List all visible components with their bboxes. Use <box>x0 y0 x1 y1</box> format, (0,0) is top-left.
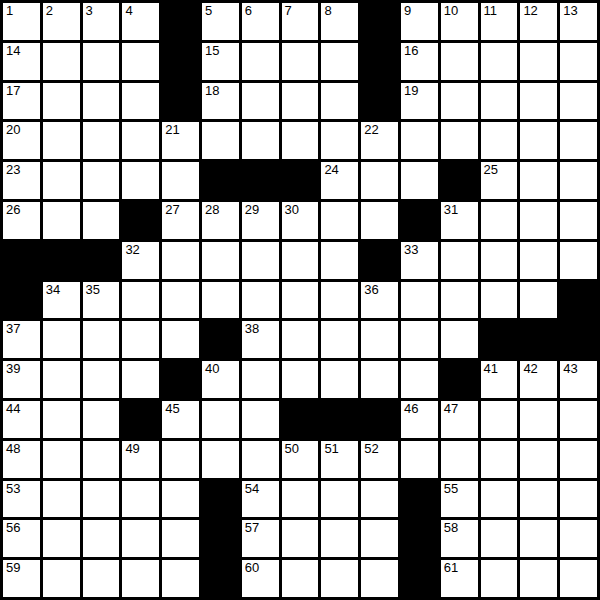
white-cell[interactable]: 2 <box>43 3 80 40</box>
black-cell <box>83 242 120 279</box>
white-cell[interactable] <box>321 321 358 358</box>
white-cell[interactable] <box>122 321 159 358</box>
white-cell[interactable] <box>441 242 478 279</box>
white-cell[interactable] <box>481 83 518 120</box>
white-cell[interactable] <box>43 481 80 518</box>
white-cell[interactable] <box>282 481 319 518</box>
white-cell[interactable] <box>560 162 597 199</box>
clue-number: 5 <box>205 3 212 19</box>
clue-number: 44 <box>6 401 20 417</box>
white-cell[interactable]: 43 <box>560 361 597 398</box>
white-cell[interactable] <box>361 321 398 358</box>
white-cell[interactable] <box>83 361 120 398</box>
white-cell[interactable] <box>520 202 557 239</box>
white-cell[interactable]: 17 <box>3 83 40 120</box>
black-cell <box>401 520 438 557</box>
clue-number: 8 <box>324 3 331 19</box>
white-cell[interactable] <box>242 401 279 438</box>
black-cell <box>43 242 80 279</box>
black-cell <box>162 361 199 398</box>
clue-number: 45 <box>165 401 179 417</box>
white-cell[interactable] <box>162 441 199 478</box>
clue-number: 54 <box>245 481 259 497</box>
white-cell[interactable] <box>520 83 557 120</box>
white-cell[interactable]: 19 <box>401 83 438 120</box>
white-cell[interactable]: 5 <box>202 3 239 40</box>
white-cell[interactable] <box>401 441 438 478</box>
white-cell[interactable] <box>481 560 518 597</box>
white-cell[interactable] <box>481 441 518 478</box>
white-cell[interactable]: 33 <box>401 242 438 279</box>
white-cell[interactable]: 49 <box>122 441 159 478</box>
white-cell[interactable] <box>162 481 199 518</box>
clue-number: 34 <box>46 282 60 298</box>
white-cell[interactable] <box>401 162 438 199</box>
black-cell <box>282 401 319 438</box>
white-cell[interactable]: 16 <box>401 43 438 80</box>
white-cell[interactable] <box>481 282 518 319</box>
white-cell[interactable]: 4 <box>122 3 159 40</box>
white-cell[interactable] <box>83 560 120 597</box>
white-cell[interactable] <box>481 122 518 159</box>
white-cell[interactable]: 8 <box>321 3 358 40</box>
white-cell[interactable] <box>162 520 199 557</box>
clue-number: 49 <box>125 441 139 457</box>
white-cell[interactable] <box>441 122 478 159</box>
white-cell[interactable] <box>43 361 80 398</box>
white-cell[interactable]: 39 <box>3 361 40 398</box>
white-cell[interactable] <box>321 202 358 239</box>
white-cell[interactable]: 37 <box>3 321 40 358</box>
white-cell[interactable] <box>43 321 80 358</box>
black-cell <box>361 83 398 120</box>
white-cell[interactable]: 28 <box>202 202 239 239</box>
white-cell[interactable]: 27 <box>162 202 199 239</box>
clue-number: 25 <box>484 162 498 178</box>
clue-number: 17 <box>6 83 20 99</box>
white-cell[interactable] <box>560 43 597 80</box>
white-cell[interactable] <box>441 321 478 358</box>
clue-number: 43 <box>563 361 577 377</box>
white-cell[interactable] <box>282 321 319 358</box>
black-cell <box>361 3 398 40</box>
black-cell <box>361 242 398 279</box>
white-cell[interactable] <box>43 520 80 557</box>
white-cell[interactable]: 18 <box>202 83 239 120</box>
white-cell[interactable] <box>321 481 358 518</box>
white-cell[interactable] <box>122 520 159 557</box>
black-cell <box>481 321 518 358</box>
white-cell[interactable] <box>520 560 557 597</box>
white-cell[interactable] <box>321 122 358 159</box>
clue-number: 22 <box>364 122 378 138</box>
white-cell[interactable] <box>282 282 319 319</box>
white-cell[interactable]: 58 <box>441 520 478 557</box>
clue-number: 19 <box>404 83 418 99</box>
white-cell[interactable]: 36 <box>361 282 398 319</box>
white-cell[interactable]: 22 <box>361 122 398 159</box>
clue-number: 7 <box>285 3 292 19</box>
white-cell[interactable] <box>520 43 557 80</box>
white-cell[interactable]: 59 <box>3 560 40 597</box>
white-cell[interactable] <box>282 520 319 557</box>
black-cell <box>282 162 319 199</box>
black-cell <box>560 321 597 358</box>
white-cell[interactable]: 9 <box>401 3 438 40</box>
white-cell[interactable] <box>242 361 279 398</box>
white-cell[interactable] <box>441 83 478 120</box>
white-cell[interactable] <box>122 43 159 80</box>
clue-number: 24 <box>324 162 338 178</box>
white-cell[interactable] <box>520 242 557 279</box>
black-cell <box>162 43 199 80</box>
black-cell <box>242 162 279 199</box>
white-cell[interactable] <box>282 242 319 279</box>
white-cell[interactable] <box>520 520 557 557</box>
black-cell <box>3 242 40 279</box>
white-cell[interactable]: 29 <box>242 202 279 239</box>
black-cell <box>3 282 40 319</box>
white-cell[interactable] <box>520 282 557 319</box>
white-cell[interactable] <box>560 83 597 120</box>
clue-number: 26 <box>6 202 20 218</box>
white-cell[interactable] <box>520 122 557 159</box>
clue-number: 30 <box>285 202 299 218</box>
white-cell[interactable] <box>83 321 120 358</box>
white-cell[interactable]: 44 <box>3 401 40 438</box>
white-cell[interactable] <box>560 122 597 159</box>
white-cell[interactable]: 60 <box>242 560 279 597</box>
clue-number: 14 <box>6 43 20 59</box>
white-cell[interactable] <box>83 122 120 159</box>
white-cell[interactable]: 3 <box>83 3 120 40</box>
white-cell[interactable]: 61 <box>441 560 478 597</box>
black-cell <box>202 520 239 557</box>
white-cell[interactable] <box>441 441 478 478</box>
white-cell[interactable] <box>481 202 518 239</box>
clue-number: 39 <box>6 361 20 377</box>
white-cell[interactable] <box>83 43 120 80</box>
white-cell[interactable] <box>520 401 557 438</box>
white-cell[interactable]: 34 <box>43 282 80 319</box>
clue-number: 16 <box>404 43 418 59</box>
white-cell[interactable] <box>122 481 159 518</box>
white-cell[interactable] <box>321 520 358 557</box>
white-cell[interactable] <box>202 122 239 159</box>
clue-number: 35 <box>86 282 100 298</box>
white-cell[interactable]: 11 <box>481 3 518 40</box>
clue-number: 55 <box>444 481 458 497</box>
white-cell[interactable]: 57 <box>242 520 279 557</box>
white-cell[interactable] <box>122 162 159 199</box>
clue-number: 38 <box>245 321 259 337</box>
white-cell[interactable]: 31 <box>441 202 478 239</box>
white-cell[interactable]: 50 <box>282 441 319 478</box>
clue-number: 2 <box>46 3 53 19</box>
white-cell[interactable] <box>43 162 80 199</box>
black-cell <box>202 162 239 199</box>
white-cell[interactable]: 53 <box>3 481 40 518</box>
white-cell[interactable] <box>560 401 597 438</box>
black-cell <box>122 202 159 239</box>
clue-number: 15 <box>205 43 219 59</box>
white-cell[interactable] <box>43 202 80 239</box>
black-cell <box>520 321 557 358</box>
white-cell[interactable] <box>321 560 358 597</box>
white-cell[interactable] <box>560 202 597 239</box>
black-cell <box>321 401 358 438</box>
clue-number: 20 <box>6 122 20 138</box>
clue-number: 59 <box>6 560 20 576</box>
white-cell[interactable] <box>43 401 80 438</box>
white-cell[interactable]: 23 <box>3 162 40 199</box>
white-cell[interactable] <box>361 202 398 239</box>
white-cell[interactable] <box>361 162 398 199</box>
white-cell[interactable] <box>481 481 518 518</box>
clue-number: 31 <box>444 202 458 218</box>
white-cell[interactable] <box>282 122 319 159</box>
white-cell[interactable] <box>242 43 279 80</box>
clue-number: 52 <box>364 441 378 457</box>
white-cell[interactable]: 12 <box>520 3 557 40</box>
white-cell[interactable] <box>282 83 319 120</box>
black-cell <box>441 361 478 398</box>
white-cell[interactable] <box>242 122 279 159</box>
clue-number: 1 <box>6 3 13 19</box>
white-cell[interactable] <box>481 43 518 80</box>
white-cell[interactable]: 7 <box>282 3 319 40</box>
clue-number: 27 <box>165 202 179 218</box>
white-cell[interactable]: 47 <box>441 401 478 438</box>
white-cell[interactable] <box>321 43 358 80</box>
white-cell[interactable]: 25 <box>481 162 518 199</box>
white-cell[interactable] <box>401 321 438 358</box>
white-cell[interactable] <box>481 520 518 557</box>
white-cell[interactable]: 1 <box>3 3 40 40</box>
white-cell[interactable]: 40 <box>202 361 239 398</box>
white-cell[interactable] <box>361 361 398 398</box>
clue-number: 56 <box>6 520 20 536</box>
white-cell[interactable] <box>83 162 120 199</box>
clue-number: 50 <box>285 441 299 457</box>
white-cell[interactable] <box>361 481 398 518</box>
white-cell[interactable] <box>520 441 557 478</box>
clue-number: 32 <box>125 242 139 258</box>
black-cell <box>401 560 438 597</box>
clue-number: 23 <box>6 162 20 178</box>
white-cell[interactable] <box>202 441 239 478</box>
white-cell[interactable]: 26 <box>3 202 40 239</box>
white-cell[interactable]: 45 <box>162 401 199 438</box>
white-cell[interactable] <box>162 162 199 199</box>
white-cell[interactable] <box>122 122 159 159</box>
white-cell[interactable] <box>321 282 358 319</box>
white-cell[interactable]: 51 <box>321 441 358 478</box>
black-cell <box>560 282 597 319</box>
white-cell[interactable] <box>43 560 80 597</box>
white-cell[interactable] <box>242 282 279 319</box>
white-cell[interactable]: 10 <box>441 3 478 40</box>
white-cell[interactable] <box>282 43 319 80</box>
clue-number: 58 <box>444 520 458 536</box>
black-cell <box>162 83 199 120</box>
clue-number: 13 <box>563 3 577 19</box>
clue-number: 51 <box>324 441 338 457</box>
white-cell[interactable] <box>162 560 199 597</box>
white-cell[interactable] <box>83 202 120 239</box>
white-cell[interactable] <box>282 560 319 597</box>
white-cell[interactable]: 35 <box>83 282 120 319</box>
clue-number: 46 <box>404 401 418 417</box>
white-cell[interactable]: 15 <box>202 43 239 80</box>
black-cell <box>441 162 478 199</box>
black-cell <box>202 321 239 358</box>
white-cell[interactable]: 41 <box>481 361 518 398</box>
white-cell[interactable] <box>162 242 199 279</box>
black-cell <box>361 401 398 438</box>
white-cell[interactable]: 55 <box>441 481 478 518</box>
white-cell[interactable] <box>560 560 597 597</box>
white-cell[interactable] <box>83 83 120 120</box>
white-cell[interactable] <box>321 242 358 279</box>
white-cell[interactable]: 42 <box>520 361 557 398</box>
white-cell[interactable] <box>122 83 159 120</box>
black-cell <box>401 202 438 239</box>
white-cell[interactable]: 14 <box>3 43 40 80</box>
clue-number: 48 <box>6 441 20 457</box>
black-cell <box>361 43 398 80</box>
white-cell[interactable] <box>242 441 279 478</box>
clue-number: 57 <box>245 520 259 536</box>
clue-number: 10 <box>444 3 458 19</box>
white-cell[interactable] <box>361 560 398 597</box>
white-cell[interactable]: 21 <box>162 122 199 159</box>
white-cell[interactable] <box>122 282 159 319</box>
white-cell[interactable] <box>162 282 199 319</box>
white-cell[interactable] <box>481 401 518 438</box>
white-cell[interactable] <box>202 242 239 279</box>
white-cell[interactable]: 56 <box>3 520 40 557</box>
white-cell[interactable]: 13 <box>560 3 597 40</box>
white-cell[interactable] <box>401 122 438 159</box>
clue-number: 47 <box>444 401 458 417</box>
clue-number: 37 <box>6 321 20 337</box>
clue-number: 3 <box>86 3 93 19</box>
white-cell[interactable] <box>83 481 120 518</box>
white-cell[interactable] <box>162 321 199 358</box>
clue-number: 53 <box>6 481 20 497</box>
white-cell[interactable] <box>560 441 597 478</box>
clue-number: 11 <box>484 3 498 19</box>
white-cell[interactable] <box>560 520 597 557</box>
clue-number: 42 <box>523 361 537 377</box>
black-cell <box>122 401 159 438</box>
white-cell[interactable] <box>43 122 80 159</box>
white-cell[interactable]: 6 <box>242 3 279 40</box>
white-cell[interactable] <box>321 83 358 120</box>
clue-number: 61 <box>444 560 458 576</box>
clue-number: 28 <box>205 202 219 218</box>
white-cell[interactable]: 20 <box>3 122 40 159</box>
white-cell[interactable] <box>282 361 319 398</box>
clue-number: 6 <box>245 3 252 19</box>
white-cell[interactable] <box>202 282 239 319</box>
white-cell[interactable] <box>560 242 597 279</box>
white-cell[interactable] <box>83 520 120 557</box>
clue-number: 9 <box>404 3 411 19</box>
white-cell[interactable] <box>242 242 279 279</box>
white-cell[interactable] <box>321 361 358 398</box>
black-cell <box>202 560 239 597</box>
white-cell[interactable] <box>122 361 159 398</box>
clue-number: 21 <box>165 122 179 138</box>
white-cell[interactable] <box>560 481 597 518</box>
clue-number: 12 <box>523 3 537 19</box>
clue-number: 29 <box>245 202 259 218</box>
white-cell[interactable]: 30 <box>282 202 319 239</box>
white-cell[interactable]: 52 <box>361 441 398 478</box>
black-cell <box>202 481 239 518</box>
clue-number: 60 <box>245 560 259 576</box>
white-cell[interactable] <box>520 481 557 518</box>
white-cell[interactable] <box>43 83 80 120</box>
clue-number: 33 <box>404 242 418 258</box>
white-cell[interactable]: 46 <box>401 401 438 438</box>
white-cell[interactable]: 48 <box>3 441 40 478</box>
white-cell[interactable] <box>83 401 120 438</box>
white-cell[interactable] <box>520 162 557 199</box>
white-cell[interactable] <box>122 560 159 597</box>
clue-number: 4 <box>125 3 132 19</box>
white-cell[interactable]: 38 <box>242 321 279 358</box>
white-cell[interactable] <box>83 441 120 478</box>
crossword-grid: 1234567891011121314151617181920212223242… <box>0 0 600 600</box>
clue-number: 40 <box>205 361 219 377</box>
white-cell[interactable] <box>401 282 438 319</box>
black-cell <box>401 481 438 518</box>
clue-number: 18 <box>205 83 219 99</box>
clue-number: 41 <box>484 361 498 377</box>
white-cell[interactable]: 54 <box>242 481 279 518</box>
white-cell[interactable] <box>441 43 478 80</box>
white-cell[interactable] <box>401 361 438 398</box>
white-cell[interactable] <box>43 43 80 80</box>
white-cell[interactable] <box>361 520 398 557</box>
white-cell[interactable]: 24 <box>321 162 358 199</box>
white-cell[interactable] <box>202 401 239 438</box>
white-cell[interactable] <box>481 242 518 279</box>
black-cell <box>162 3 199 40</box>
white-cell[interactable]: 32 <box>122 242 159 279</box>
white-cell[interactable] <box>441 282 478 319</box>
white-cell[interactable] <box>242 83 279 120</box>
white-cell[interactable] <box>43 441 80 478</box>
clue-number: 36 <box>364 282 378 298</box>
